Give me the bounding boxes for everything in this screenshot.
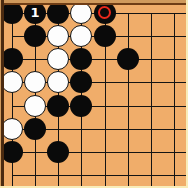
intersection-r3c3[interactable] bbox=[47, 48, 70, 71]
intersection-r4c4[interactable] bbox=[70, 71, 93, 94]
black-stone bbox=[24, 25, 46, 47]
intersection-r4c7[interactable] bbox=[139, 71, 162, 94]
intersection-r8c3[interactable] bbox=[47, 163, 70, 186]
intersection-r6c8[interactable] bbox=[162, 117, 185, 140]
white-stone bbox=[47, 48, 69, 70]
intersection-r6c3[interactable] bbox=[47, 117, 70, 140]
intersection-r7c3[interactable] bbox=[47, 140, 70, 163]
black-stone bbox=[117, 48, 139, 70]
intersection-r2c5[interactable] bbox=[93, 25, 116, 48]
intersection-r7c8[interactable] bbox=[162, 140, 185, 163]
intersection-r3c5[interactable] bbox=[93, 48, 116, 71]
black-stone bbox=[94, 25, 116, 47]
black-stone bbox=[1, 48, 23, 70]
go-board: 1 bbox=[0, 0, 186, 186]
intersection-r2c7[interactable] bbox=[139, 25, 162, 48]
intersection-r4c3[interactable] bbox=[47, 71, 70, 94]
intersection-r5c6[interactable] bbox=[116, 94, 139, 117]
board-left-edge bbox=[0, 0, 4, 186]
intersection-r8c4[interactable] bbox=[70, 163, 93, 186]
black-stone bbox=[47, 2, 69, 24]
black-stone bbox=[70, 71, 92, 93]
intersection-r6c5[interactable] bbox=[93, 117, 116, 140]
intersection-r6c2[interactable] bbox=[24, 117, 47, 140]
white-stone bbox=[24, 95, 46, 117]
intersection-r2c6[interactable] bbox=[116, 25, 139, 48]
intersection-r2c3[interactable] bbox=[47, 25, 70, 48]
intersection-r4c6[interactable] bbox=[116, 71, 139, 94]
intersection-r8c8[interactable] bbox=[162, 163, 185, 186]
go-diagram-screenshot: 1 bbox=[0, 0, 188, 188]
intersection-r8c2[interactable] bbox=[24, 163, 47, 186]
intersection-r3c7[interactable] bbox=[139, 48, 162, 71]
intersection-r5c5[interactable] bbox=[93, 94, 116, 117]
black-stone bbox=[70, 95, 92, 117]
intersection-r6c7[interactable] bbox=[139, 117, 162, 140]
move-number-label: 1 bbox=[31, 6, 40, 19]
intersection-r3c4[interactable] bbox=[70, 48, 93, 71]
intersection-r8c5[interactable] bbox=[93, 163, 116, 186]
intersection-r5c4[interactable] bbox=[70, 94, 93, 117]
intersection-r7c2[interactable] bbox=[24, 140, 47, 163]
white-stone bbox=[24, 71, 46, 93]
intersection-r3c2[interactable] bbox=[24, 48, 47, 71]
intersection-r3c8[interactable] bbox=[162, 48, 185, 71]
intersection-r4c2[interactable] bbox=[24, 71, 47, 94]
intersection-r7c5[interactable] bbox=[93, 140, 116, 163]
black-stone: 1 bbox=[24, 2, 46, 24]
black-stone bbox=[47, 95, 69, 117]
white-stone bbox=[70, 2, 92, 24]
red-circle-marker bbox=[98, 6, 111, 19]
intersection-r4c8[interactable] bbox=[162, 71, 185, 94]
intersection-r7c4[interactable] bbox=[70, 140, 93, 163]
black-stone bbox=[1, 141, 23, 163]
black-stone bbox=[1, 2, 23, 24]
black-stone bbox=[94, 2, 116, 24]
white-stone bbox=[1, 118, 23, 140]
intersection-r5c2[interactable] bbox=[24, 94, 47, 117]
intersection-r8c6[interactable] bbox=[116, 163, 139, 186]
white-stone bbox=[47, 25, 69, 47]
intersection-r6c4[interactable] bbox=[70, 117, 93, 140]
black-stone bbox=[47, 141, 69, 163]
intersection-r7c6[interactable] bbox=[116, 140, 139, 163]
intersection-r5c7[interactable] bbox=[139, 94, 162, 117]
black-stone bbox=[70, 48, 92, 70]
intersection-r6c6[interactable] bbox=[116, 117, 139, 140]
black-stone bbox=[24, 118, 46, 140]
intersection-r3c6[interactable] bbox=[116, 48, 139, 71]
intersection-r7c7[interactable] bbox=[139, 140, 162, 163]
intersection-r5c8[interactable] bbox=[162, 94, 185, 117]
intersection-r8c7[interactable] bbox=[139, 163, 162, 186]
intersection-r5c3[interactable] bbox=[47, 94, 70, 117]
intersection-r2c4[interactable] bbox=[70, 25, 93, 48]
white-stone bbox=[70, 25, 92, 47]
intersection-r4c5[interactable] bbox=[93, 71, 116, 94]
white-stone bbox=[1, 71, 23, 93]
intersection-r2c8[interactable] bbox=[162, 25, 185, 48]
white-stone bbox=[47, 71, 69, 93]
stones-grid: 1 bbox=[0, 1, 185, 186]
intersection-r2c2[interactable] bbox=[24, 25, 47, 48]
board-top-edge bbox=[0, 0, 186, 5]
